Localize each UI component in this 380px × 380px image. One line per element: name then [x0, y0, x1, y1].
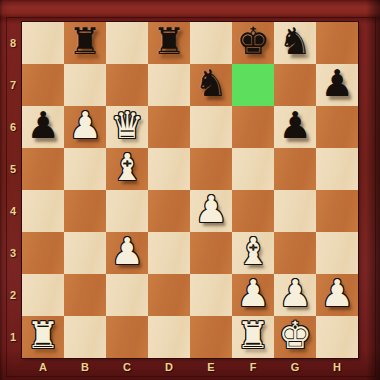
- square-a5[interactable]: [22, 148, 64, 190]
- piece-white-pawn[interactable]: ♟: [68, 105, 101, 147]
- square-h4[interactable]: [316, 190, 358, 232]
- piece-white-rook[interactable]: ♜: [26, 315, 59, 357]
- square-f1[interactable]: ♜: [232, 316, 274, 358]
- square-a6[interactable]: ♟: [22, 106, 64, 148]
- square-d6[interactable]: [148, 106, 190, 148]
- file-label-d: D: [148, 359, 190, 376]
- square-e4[interactable]: ♟: [190, 190, 232, 232]
- rank-label-1: 1: [5, 316, 21, 358]
- square-g8[interactable]: ♞: [274, 22, 316, 64]
- square-a1[interactable]: ♜: [22, 316, 64, 358]
- square-d1[interactable]: [148, 316, 190, 358]
- piece-white-rook[interactable]: ♜: [236, 315, 269, 357]
- board-frame: ♜♜♚♞♞♟♟♟♛♟♝♟♟♝♟♟♟♜♜♚ 87654321 ABCDEFGH: [0, 0, 380, 380]
- file-label-f: F: [232, 359, 274, 376]
- square-c4[interactable]: [106, 190, 148, 232]
- square-h3[interactable]: [316, 232, 358, 274]
- square-e3[interactable]: [190, 232, 232, 274]
- square-d8[interactable]: ♜: [148, 22, 190, 64]
- square-h7[interactable]: ♟: [316, 64, 358, 106]
- square-b7[interactable]: [64, 64, 106, 106]
- square-e7[interactable]: ♞: [190, 64, 232, 106]
- rank-label-3: 3: [5, 232, 21, 274]
- square-d2[interactable]: [148, 274, 190, 316]
- square-e8[interactable]: [190, 22, 232, 64]
- piece-black-rook[interactable]: ♜: [152, 21, 185, 63]
- square-e6[interactable]: [190, 106, 232, 148]
- piece-black-knight[interactable]: ♞: [194, 63, 227, 105]
- square-g2[interactable]: ♟: [274, 274, 316, 316]
- square-d3[interactable]: [148, 232, 190, 274]
- square-c7[interactable]: [106, 64, 148, 106]
- square-f7[interactable]: [232, 64, 274, 106]
- piece-white-pawn[interactable]: ♟: [110, 231, 143, 273]
- square-a7[interactable]: [22, 64, 64, 106]
- square-c5[interactable]: ♝: [106, 148, 148, 190]
- square-b2[interactable]: [64, 274, 106, 316]
- piece-white-pawn[interactable]: ♟: [236, 273, 269, 315]
- square-e5[interactable]: [190, 148, 232, 190]
- piece-white-bishop[interactable]: ♝: [236, 231, 269, 273]
- square-b3[interactable]: [64, 232, 106, 274]
- square-b1[interactable]: [64, 316, 106, 358]
- file-label-c: C: [106, 359, 148, 376]
- piece-black-rook[interactable]: ♜: [68, 21, 101, 63]
- square-f5[interactable]: [232, 148, 274, 190]
- square-g5[interactable]: [274, 148, 316, 190]
- square-b5[interactable]: [64, 148, 106, 190]
- square-b8[interactable]: ♜: [64, 22, 106, 64]
- rank-label-2: 2: [5, 274, 21, 316]
- rank-label-4: 4: [5, 190, 21, 232]
- square-f2[interactable]: ♟: [232, 274, 274, 316]
- file-label-b: B: [64, 359, 106, 376]
- square-a2[interactable]: [22, 274, 64, 316]
- square-g3[interactable]: [274, 232, 316, 274]
- square-c2[interactable]: [106, 274, 148, 316]
- square-g1[interactable]: ♚: [274, 316, 316, 358]
- piece-white-queen[interactable]: ♛: [110, 105, 143, 147]
- square-f3[interactable]: ♝: [232, 232, 274, 274]
- piece-white-bishop[interactable]: ♝: [110, 147, 143, 189]
- piece-black-king[interactable]: ♚: [236, 21, 269, 63]
- piece-white-pawn[interactable]: ♟: [278, 273, 311, 315]
- square-g6[interactable]: ♟: [274, 106, 316, 148]
- piece-black-pawn[interactable]: ♟: [320, 63, 353, 105]
- file-label-g: G: [274, 359, 316, 376]
- square-c8[interactable]: [106, 22, 148, 64]
- square-d4[interactable]: [148, 190, 190, 232]
- rank-label-8: 8: [5, 22, 21, 64]
- rank-label-7: 7: [5, 64, 21, 106]
- square-g4[interactable]: [274, 190, 316, 232]
- square-g7[interactable]: [274, 64, 316, 106]
- square-e2[interactable]: [190, 274, 232, 316]
- square-c3[interactable]: ♟: [106, 232, 148, 274]
- square-c6[interactable]: ♛: [106, 106, 148, 148]
- file-label-a: A: [22, 359, 64, 376]
- chess-board: ♜♜♚♞♞♟♟♟♛♟♝♟♟♝♟♟♟♜♜♚: [22, 22, 358, 358]
- piece-white-king[interactable]: ♚: [278, 315, 311, 357]
- rank-label-5: 5: [5, 148, 21, 190]
- square-f8[interactable]: ♚: [232, 22, 274, 64]
- square-f6[interactable]: [232, 106, 274, 148]
- piece-black-knight[interactable]: ♞: [278, 21, 311, 63]
- square-c1[interactable]: [106, 316, 148, 358]
- square-h2[interactable]: ♟: [316, 274, 358, 316]
- file-label-e: E: [190, 359, 232, 376]
- square-h6[interactable]: [316, 106, 358, 148]
- square-f4[interactable]: [232, 190, 274, 232]
- rank-label-6: 6: [5, 106, 21, 148]
- square-b6[interactable]: ♟: [64, 106, 106, 148]
- square-b4[interactable]: [64, 190, 106, 232]
- square-a3[interactable]: [22, 232, 64, 274]
- piece-black-pawn[interactable]: ♟: [278, 105, 311, 147]
- square-a4[interactable]: [22, 190, 64, 232]
- piece-black-pawn[interactable]: ♟: [26, 105, 59, 147]
- square-a8[interactable]: [22, 22, 64, 64]
- piece-white-pawn[interactable]: ♟: [320, 273, 353, 315]
- square-d5[interactable]: [148, 148, 190, 190]
- square-h8[interactable]: [316, 22, 358, 64]
- square-h1[interactable]: [316, 316, 358, 358]
- square-h5[interactable]: [316, 148, 358, 190]
- square-e1[interactable]: [190, 316, 232, 358]
- square-d7[interactable]: [148, 64, 190, 106]
- piece-white-pawn[interactable]: ♟: [194, 189, 227, 231]
- file-label-h: H: [316, 359, 358, 376]
